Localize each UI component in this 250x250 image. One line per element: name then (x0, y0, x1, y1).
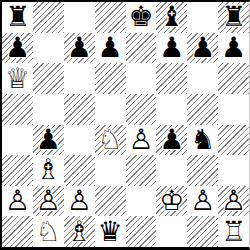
square-f8[interactable]: ♝ (156, 2, 187, 33)
square-h4[interactable] (218, 125, 249, 156)
piece-white-queen: ♛♕ (2, 63, 33, 94)
piece-black-pawn: ♟ (95, 33, 126, 64)
square-g3[interactable] (187, 155, 218, 186)
piece-black-pawn: ♟ (2, 33, 33, 64)
piece-black-bishop: ♝ (156, 2, 187, 33)
square-a1[interactable] (2, 216, 33, 247)
square-h5[interactable] (218, 94, 249, 125)
square-h2[interactable]: ♟♙ (218, 186, 249, 217)
square-c2[interactable]: ♟♙ (64, 186, 95, 217)
square-g4[interactable]: ♞ (187, 125, 218, 156)
piece-black-rook: ♜ (218, 2, 249, 33)
square-h8[interactable]: ♜ (218, 2, 249, 33)
square-b6[interactable] (33, 63, 64, 94)
square-d4[interactable]: ♞♘ (95, 125, 126, 156)
square-c8[interactable] (64, 2, 95, 33)
square-f3[interactable] (156, 155, 187, 186)
piece-black-queen: ♛ (95, 216, 126, 247)
piece-black-king: ♚ (126, 2, 157, 33)
square-b7[interactable] (33, 33, 64, 64)
square-c1[interactable]: ♝♗ (64, 216, 95, 247)
square-g6[interactable] (187, 63, 218, 94)
square-g5[interactable] (187, 94, 218, 125)
piece-black-pawn: ♟ (156, 125, 187, 156)
square-a4[interactable] (2, 125, 33, 156)
square-c5[interactable] (64, 94, 95, 125)
square-d6[interactable] (95, 63, 126, 94)
square-c6[interactable] (64, 63, 95, 94)
piece-black-pawn: ♟ (218, 33, 249, 64)
square-b2[interactable]: ♟♙ (33, 186, 64, 217)
piece-black-pawn: ♟ (64, 33, 95, 64)
piece-black-knight: ♞ (187, 125, 218, 156)
piece-white-pawn: ♟♙ (218, 186, 249, 217)
square-b5[interactable] (33, 94, 64, 125)
square-f6[interactable] (156, 63, 187, 94)
square-a8[interactable]: ♜ (2, 2, 33, 33)
square-e6[interactable] (126, 63, 157, 94)
square-g1[interactable] (187, 216, 218, 247)
piece-white-king: ♚♔ (156, 186, 187, 217)
square-e5[interactable] (126, 94, 157, 125)
chess-board: ♜♚♝♜♟♟♟♟♟♟♛♕♟♞♘♟♙♟♞♝♗♟♙♟♙♟♙♚♔♟♙♟♙♞♘♝♗♛♜♖ (0, 0, 250, 250)
square-f4[interactable]: ♟ (156, 125, 187, 156)
square-f5[interactable] (156, 94, 187, 125)
square-g7[interactable]: ♟ (187, 33, 218, 64)
square-a6[interactable]: ♛♕ (2, 63, 33, 94)
square-a3[interactable] (2, 155, 33, 186)
piece-black-rook: ♜ (2, 2, 33, 33)
square-b3[interactable]: ♝♗ (33, 155, 64, 186)
square-e1[interactable] (126, 216, 157, 247)
square-e3[interactable] (126, 155, 157, 186)
piece-black-pawn: ♟ (187, 33, 218, 64)
square-d5[interactable] (95, 94, 126, 125)
square-c3[interactable] (64, 155, 95, 186)
square-g2[interactable]: ♟♙ (187, 186, 218, 217)
piece-white-pawn: ♟♙ (126, 125, 157, 156)
square-f2[interactable]: ♚♔ (156, 186, 187, 217)
square-e2[interactable] (126, 186, 157, 217)
square-f1[interactable] (156, 216, 187, 247)
piece-white-pawn: ♟♙ (2, 186, 33, 217)
square-a5[interactable] (2, 94, 33, 125)
square-e8[interactable]: ♚ (126, 2, 157, 33)
square-d8[interactable] (95, 2, 126, 33)
square-f7[interactable]: ♟ (156, 33, 187, 64)
square-h6[interactable] (218, 63, 249, 94)
piece-white-pawn: ♟♙ (33, 186, 64, 217)
square-e4[interactable]: ♟♙ (126, 125, 157, 156)
square-e7[interactable] (126, 33, 157, 64)
square-h7[interactable]: ♟ (218, 33, 249, 64)
square-d7[interactable]: ♟ (95, 33, 126, 64)
square-g8[interactable] (187, 2, 218, 33)
square-d3[interactable] (95, 155, 126, 186)
square-b8[interactable] (33, 2, 64, 33)
piece-white-bishop: ♝♗ (64, 216, 95, 247)
square-d2[interactable] (95, 186, 126, 217)
square-d1[interactable]: ♛ (95, 216, 126, 247)
piece-white-knight: ♞♘ (95, 125, 126, 156)
square-c4[interactable] (64, 125, 95, 156)
square-b1[interactable]: ♞♘ (33, 216, 64, 247)
piece-white-pawn: ♟♙ (64, 186, 95, 217)
square-a7[interactable]: ♟ (2, 33, 33, 64)
piece-black-pawn: ♟ (33, 125, 64, 156)
piece-white-bishop: ♝♗ (33, 155, 64, 186)
piece-white-rook: ♜♖ (218, 216, 249, 247)
square-h3[interactable] (218, 155, 249, 186)
square-h1[interactable]: ♜♖ (218, 216, 249, 247)
square-b4[interactable]: ♟ (33, 125, 64, 156)
square-c7[interactable]: ♟ (64, 33, 95, 64)
piece-white-pawn: ♟♙ (187, 186, 218, 217)
piece-black-pawn: ♟ (156, 33, 187, 64)
square-a2[interactable]: ♟♙ (2, 186, 33, 217)
piece-white-knight: ♞♘ (33, 216, 64, 247)
